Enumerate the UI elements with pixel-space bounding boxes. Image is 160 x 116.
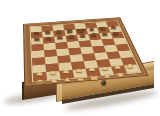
board-square[interactable] bbox=[118, 50, 133, 58]
board-square[interactable]: ♟ bbox=[53, 30, 65, 37]
board-square[interactable]: ♟ bbox=[42, 31, 54, 38]
board-frame: ♜♞♝♛♚♝♞♜♟♟♟♟♟♟♟♟♟♟♟♟♟♟♟♟♜♞♝♛♚♝♞♜ bbox=[23, 17, 148, 86]
board-square[interactable]: ♝ bbox=[85, 22, 98, 28]
board-square[interactable] bbox=[90, 39, 104, 46]
board-square[interactable] bbox=[32, 50, 45, 58]
board-square[interactable] bbox=[92, 46, 106, 54]
board-square[interactable] bbox=[55, 42, 68, 49]
board-square[interactable]: ♚ bbox=[86, 68, 101, 77]
board-square[interactable] bbox=[43, 43, 56, 50]
board-square[interactable]: ♟ bbox=[121, 57, 137, 65]
board-square[interactable] bbox=[68, 47, 82, 55]
chess-board: ♜♞♝♛♚♝♞♜♟♟♟♟♟♟♟♟♟♟♟♟♟♟♟♟♜♞♝♛♚♝♞♜ bbox=[23, 17, 148, 86]
board-square[interactable]: ♞ bbox=[41, 25, 53, 31]
chess-board-grid: ♜♞♝♛♚♝♞♜♟♟♟♟♟♟♟♟♟♟♟♟♟♟♟♟♜♞♝♛♚♝♞♜ bbox=[30, 21, 142, 83]
board-square[interactable] bbox=[82, 53, 96, 61]
board-square[interactable] bbox=[70, 54, 84, 62]
board-square[interactable] bbox=[78, 40, 91, 47]
board-square[interactable] bbox=[113, 38, 127, 45]
board-square[interactable] bbox=[31, 44, 44, 51]
board-square[interactable] bbox=[102, 39, 116, 46]
board-square[interactable] bbox=[67, 41, 80, 48]
board-square[interactable] bbox=[94, 52, 109, 60]
board-square[interactable]: ♚ bbox=[74, 23, 86, 29]
drawer-shadow bbox=[64, 88, 158, 113]
board-square[interactable] bbox=[106, 51, 121, 59]
board-square[interactable] bbox=[45, 56, 59, 64]
board-square[interactable] bbox=[44, 49, 57, 57]
board-square[interactable]: ♞ bbox=[46, 71, 60, 80]
board-square[interactable] bbox=[80, 47, 94, 55]
board-square[interactable] bbox=[57, 55, 71, 63]
board-square[interactable]: ♟ bbox=[31, 32, 43, 39]
chess-set-photo: ♜♞♝♛♚♝♞♜♟♟♟♟♟♟♟♟♟♟♟♟♟♟♟♟♜♞♝♛♚♝♞♜ bbox=[0, 0, 160, 116]
board-square[interactable] bbox=[56, 48, 69, 56]
board-square[interactable] bbox=[32, 57, 45, 65]
board-square[interactable]: ♜ bbox=[30, 26, 42, 32]
board-square[interactable] bbox=[115, 44, 130, 51]
board-square[interactable]: ♝ bbox=[52, 25, 64, 31]
board-square[interactable] bbox=[104, 45, 118, 53]
board-square[interactable]: ♝ bbox=[59, 70, 74, 79]
board-square[interactable]: ♛ bbox=[63, 24, 75, 30]
board-square[interactable]: ♟ bbox=[33, 64, 47, 73]
board-square[interactable]: ♛ bbox=[73, 69, 88, 78]
